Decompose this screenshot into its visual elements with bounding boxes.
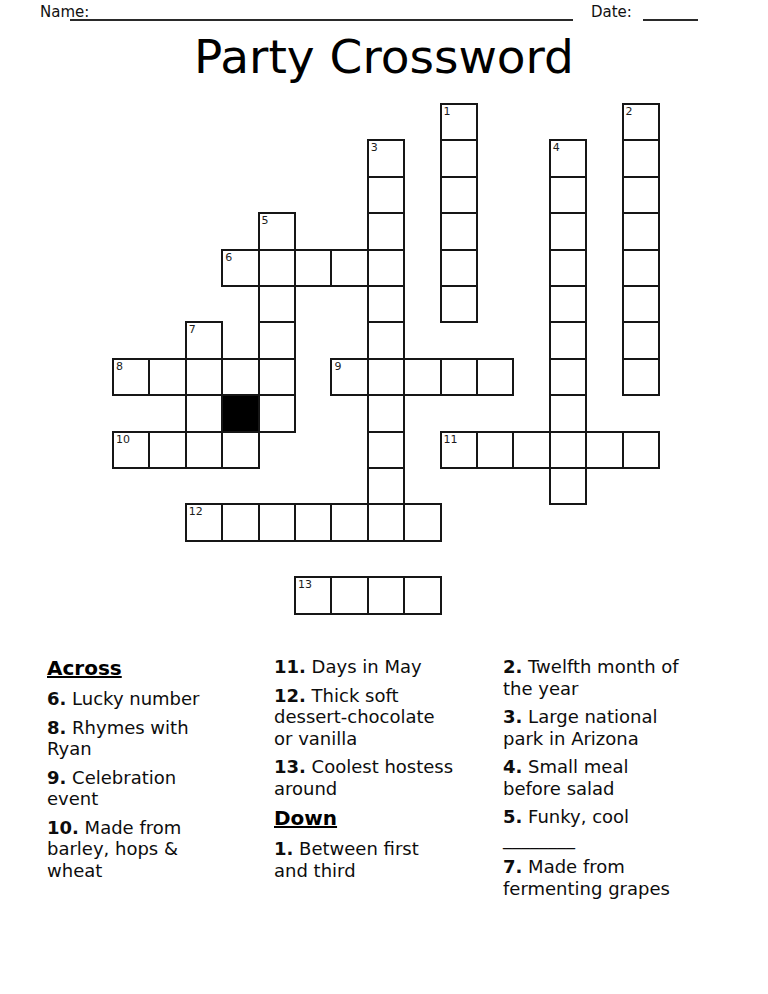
grid-cell[interactable]	[221, 503, 259, 541]
clue: 7. Made from fermenting grapes	[503, 856, 683, 899]
cell-number: 4	[553, 141, 560, 154]
grid-cell[interactable]	[148, 358, 186, 396]
clue-number: 5.	[503, 806, 522, 827]
grid-cell[interactable]	[294, 249, 332, 287]
grid-cell[interactable]	[403, 576, 441, 614]
clue: 9. Celebration event	[47, 767, 215, 810]
page-title: Party Crossword	[0, 31, 768, 83]
cell-number: 9	[334, 360, 341, 373]
grid-cell[interactable]	[367, 212, 405, 250]
clue: 1. Between first and third	[274, 838, 454, 881]
name-blank-line	[70, 19, 573, 21]
grid-cell[interactable]	[549, 394, 587, 432]
cell-number: 11	[444, 433, 458, 446]
grid-cell[interactable]	[367, 394, 405, 432]
clue-number: 1.	[274, 838, 293, 859]
grid-cell[interactable]	[440, 358, 478, 396]
grid-cell[interactable]	[403, 503, 441, 541]
grid-cell[interactable]	[440, 176, 478, 214]
grid-cell[interactable]: 12	[185, 503, 223, 541]
grid-cell[interactable]	[367, 321, 405, 359]
cell-number: 13	[298, 578, 312, 591]
grid-cell[interactable]: 5	[258, 212, 296, 250]
grid-cell[interactable]	[512, 431, 550, 469]
grid-cell[interactable]	[185, 431, 223, 469]
grid-cell[interactable]	[549, 321, 587, 359]
grid-cell[interactable]	[585, 431, 623, 469]
grid-cell[interactable]	[440, 249, 478, 287]
clue-number: 13.	[274, 756, 306, 777]
clue-number: 12.	[274, 685, 306, 706]
clue: 8. Rhymes with Ryan	[47, 717, 215, 760]
cell-number: 1	[444, 105, 451, 118]
grid-cell[interactable]	[330, 249, 368, 287]
grid-cell[interactable]	[367, 576, 405, 614]
grid-cell[interactable]	[221, 358, 259, 396]
clue: 2. Twelfth month of the year	[503, 656, 683, 699]
grid-cell[interactable]	[622, 249, 660, 287]
grid-cell[interactable]: 4	[549, 139, 587, 177]
grid-cell[interactable]	[622, 176, 660, 214]
grid-cell[interactable]	[330, 576, 368, 614]
grid-cell[interactable]	[440, 285, 478, 323]
grid-cell[interactable]	[258, 285, 296, 323]
clue: 3. Large national park in Arizona	[503, 706, 683, 749]
clue-column: 2. Twelfth month of the year3. Large nat…	[503, 656, 683, 906]
grid-cell[interactable]	[185, 358, 223, 396]
grid-cell[interactable]: 10	[112, 431, 150, 469]
grid-cell[interactable]	[148, 431, 186, 469]
clue-number: 10.	[47, 817, 79, 838]
cell-number: 7	[189, 323, 196, 336]
clue-number: 9.	[47, 767, 66, 788]
grid-cell[interactable]	[367, 431, 405, 469]
grid-cell[interactable]	[258, 321, 296, 359]
grid-cell[interactable]	[476, 358, 514, 396]
clue-number: 3.	[503, 706, 522, 727]
grid-cell[interactable]: 8	[112, 358, 150, 396]
grid-cell[interactable]	[367, 249, 405, 287]
grid-cell[interactable]: 1	[440, 103, 478, 141]
grid-cell[interactable]	[549, 358, 587, 396]
crossword-grid: 12345678910111213	[112, 103, 661, 615]
clue-column: Across6. Lucky number8. Rhymes with Ryan…	[47, 656, 215, 888]
grid-cell[interactable]	[258, 358, 296, 396]
grid-cell[interactable]	[622, 212, 660, 250]
clues-section-header: Across	[47, 656, 215, 680]
clue-number: 11.	[274, 656, 306, 677]
clue: 5. Funky, cool ________	[503, 806, 683, 849]
date-blank-line	[643, 19, 698, 21]
grid-cell[interactable]	[185, 394, 223, 432]
cell-number: 3	[371, 141, 378, 154]
cell-number: 8	[116, 360, 123, 373]
clue: 10. Made from barley, hops & wheat	[47, 817, 215, 882]
clue: 4. Small meal before salad	[503, 756, 683, 799]
grid-cell[interactable]	[367, 467, 405, 505]
grid-cell[interactable]	[622, 431, 660, 469]
grid-cell[interactable]	[622, 285, 660, 323]
grid-cell[interactable]	[622, 358, 660, 396]
cell-number: 6	[225, 251, 232, 264]
clue-column: 11. Days in May12. Thick soft dessert-ch…	[274, 656, 454, 888]
grid-cell[interactable]	[221, 431, 259, 469]
grid-cell[interactable]	[367, 285, 405, 323]
grid-cell[interactable]	[294, 503, 332, 541]
clue: 11. Days in May	[274, 656, 454, 678]
grid-cell[interactable]: 2	[622, 103, 660, 141]
grid-cell[interactable]	[367, 358, 405, 396]
clue-number: 7.	[503, 856, 522, 877]
grid-cell[interactable]: 11	[440, 431, 478, 469]
clue: 13. Coolest hostess around	[274, 756, 454, 799]
grid-cell[interactable]	[258, 249, 296, 287]
clue: 6. Lucky number	[47, 688, 215, 710]
grid-cell[interactable]: 6	[221, 249, 259, 287]
grid-cell[interactable]: 9	[330, 358, 368, 396]
grid-cell[interactable]	[440, 139, 478, 177]
cell-number: 12	[189, 505, 203, 518]
grid-cell[interactable]	[549, 176, 587, 214]
grid-cell[interactable]	[440, 212, 478, 250]
clue: 12. Thick soft dessert-chocolate or vani…	[274, 685, 454, 750]
grid-cell[interactable]	[258, 394, 296, 432]
grid-cell[interactable]	[549, 431, 587, 469]
grid-cell[interactable]	[367, 176, 405, 214]
grid-cell[interactable]: 13	[294, 576, 332, 614]
cell-number: 5	[262, 214, 269, 227]
clue-number: 4.	[503, 756, 522, 777]
grid-cell[interactable]	[258, 503, 296, 541]
clues-section-header: Down	[274, 806, 454, 830]
worksheet-page: { "game": "crossword", "title": "Party C…	[0, 0, 768, 994]
grid-cell[interactable]: 7	[185, 321, 223, 359]
grid-cell[interactable]	[403, 358, 441, 396]
grid-cell[interactable]	[367, 503, 405, 541]
cell-number: 2	[626, 105, 633, 118]
clue-number: 8.	[47, 717, 66, 738]
grid-cell[interactable]	[549, 467, 587, 505]
grid-cell[interactable]	[476, 431, 514, 469]
grid-cell[interactable]	[549, 212, 587, 250]
grid-cell[interactable]: 3	[367, 139, 405, 177]
grid-cell[interactable]	[622, 139, 660, 177]
black-cell	[221, 394, 259, 432]
grid-cell[interactable]	[622, 321, 660, 359]
grid-cell[interactable]	[549, 285, 587, 323]
clue-number: 2.	[503, 656, 522, 677]
clue-number: 6.	[47, 688, 66, 709]
date-label: Date:	[591, 3, 632, 21]
grid-cell[interactable]	[330, 503, 368, 541]
cell-number: 10	[116, 433, 130, 446]
grid-cell[interactable]	[549, 249, 587, 287]
